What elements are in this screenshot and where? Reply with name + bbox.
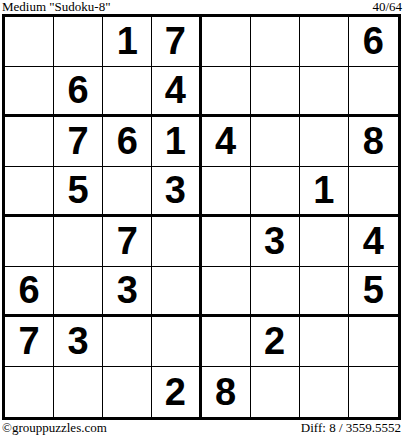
cell-r2c1[interactable] [5,67,54,117]
cell-r5c3[interactable]: 7 [103,217,152,267]
cell-r7c4[interactable] [152,317,201,367]
cell-r8c1[interactable] [5,367,54,417]
cell-r3c8[interactable]: 8 [349,117,398,167]
cell-r4c4[interactable]: 3 [152,167,201,217]
difficulty-text: Diff: 8 / 3559.5552 [301,421,401,435]
cell-r4c8[interactable] [349,167,398,217]
cell-r6c4[interactable] [152,267,201,317]
cell-r3c1[interactable] [5,117,54,167]
cell-r2c8[interactable] [349,67,398,117]
cell-r4c6[interactable] [251,167,300,217]
cell-r6c7[interactable] [300,267,349,317]
cell-r1c2[interactable] [54,17,103,67]
cell-r8c5[interactable]: 8 [202,367,251,417]
cell-r4c1[interactable] [5,167,54,217]
cell-r5c2[interactable] [54,217,103,267]
cell-r8c6[interactable] [251,367,300,417]
cell-r5c5[interactable] [202,217,251,267]
cell-r7c6[interactable]: 2 [251,317,300,367]
cell-r7c3[interactable] [103,317,152,367]
cell-r1c1[interactable] [5,17,54,67]
cell-counter: 40/64 [372,0,402,14]
cell-r7c7[interactable] [300,317,349,367]
header: Medium "Sudoku-8" 40/64 [2,0,402,14]
cell-r1c3[interactable]: 1 [103,17,152,67]
cell-r2c4[interactable]: 4 [152,67,201,117]
footer: ©grouppuzzles.com Diff: 8 / 3559.5552 [2,421,401,435]
cell-r2c7[interactable] [300,67,349,117]
cell-r2c5[interactable] [202,67,251,117]
cell-r2c3[interactable] [103,67,152,117]
cell-r3c2[interactable]: 7 [54,117,103,167]
cell-r1c8[interactable]: 6 [349,17,398,67]
cell-r1c6[interactable] [251,17,300,67]
cell-r6c5[interactable] [202,267,251,317]
cell-r2c6[interactable] [251,67,300,117]
cell-r4c2[interactable]: 5 [54,167,103,217]
cell-r2c2[interactable]: 6 [54,67,103,117]
puzzle-page: Medium "Sudoku-8" 40/64 1766476148531734… [0,0,403,437]
cell-r6c8[interactable]: 5 [349,267,398,317]
puzzle-title: Medium "Sudoku-8" [2,0,110,14]
cell-r4c5[interactable] [202,167,251,217]
cell-r8c7[interactable] [300,367,349,417]
cell-r6c1[interactable]: 6 [5,267,54,317]
cell-r5c7[interactable] [300,217,349,267]
cell-r5c4[interactable] [152,217,201,267]
cell-r6c3[interactable]: 3 [103,267,152,317]
cell-r5c8[interactable]: 4 [349,217,398,267]
cell-r3c4[interactable]: 1 [152,117,201,167]
cell-r7c8[interactable] [349,317,398,367]
cell-r3c6[interactable] [251,117,300,167]
cell-r5c1[interactable] [5,217,54,267]
cell-r7c1[interactable]: 7 [5,317,54,367]
cell-r6c2[interactable] [54,267,103,317]
cell-r1c5[interactable] [202,17,251,67]
cell-r8c4[interactable]: 2 [152,367,201,417]
cell-r7c2[interactable]: 3 [54,317,103,367]
cell-r6c6[interactable] [251,267,300,317]
cell-r1c7[interactable] [300,17,349,67]
cell-r8c3[interactable] [103,367,152,417]
sudoku-board: 176647614853173463573228 [2,14,401,420]
cell-r8c8[interactable] [349,367,398,417]
cell-r3c5[interactable]: 4 [202,117,251,167]
cell-r8c2[interactable] [54,367,103,417]
cell-r3c3[interactable]: 6 [103,117,152,167]
cell-r4c7[interactable]: 1 [300,167,349,217]
cell-r1c4[interactable]: 7 [152,17,201,67]
copyright-text: ©grouppuzzles.com [2,421,107,435]
cell-r5c6[interactable]: 3 [251,217,300,267]
cell-r4c3[interactable] [103,167,152,217]
cell-r3c7[interactable] [300,117,349,167]
cell-r7c5[interactable] [202,317,251,367]
